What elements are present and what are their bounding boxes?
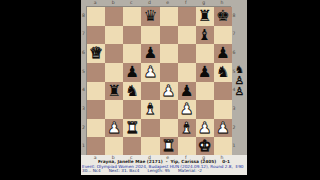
- rank-label: 8: [232, 6, 237, 25]
- square-a4[interactable]: [87, 82, 105, 101]
- square-c3[interactable]: [123, 100, 141, 119]
- square-f1[interactable]: [178, 137, 196, 156]
- square-b8[interactable]: [105, 7, 123, 26]
- square-c4[interactable]: ♞: [123, 82, 141, 101]
- square-c8[interactable]: [123, 7, 141, 26]
- file-label: f: [177, 155, 195, 161]
- square-e3[interactable]: [160, 100, 178, 119]
- white-pawn: ♟: [198, 119, 212, 138]
- file-label: c: [122, 155, 140, 161]
- square-f7[interactable]: [178, 26, 196, 45]
- white-bishop: ♝: [180, 119, 194, 138]
- square-a5[interactable]: [87, 63, 105, 82]
- tray-white-pawn: ♙: [232, 86, 247, 97]
- square-e1[interactable]: ♜: [160, 137, 178, 156]
- square-a7[interactable]: [87, 26, 105, 45]
- black-pawn: ♟: [198, 63, 212, 82]
- black-knight: ♞: [125, 82, 139, 101]
- file-labels-bottom: abcdefgh: [86, 155, 231, 161]
- rank-label: 1: [232, 136, 237, 155]
- black-queen: ♛: [143, 7, 157, 26]
- black-knight: ♞: [216, 63, 230, 82]
- black-bishop: ♝: [198, 26, 212, 45]
- white-rook: ♜: [162, 137, 176, 156]
- left-letterbox: [0, 0, 81, 180]
- square-h6[interactable]: ♟: [214, 44, 232, 63]
- black-king: ♚: [216, 7, 230, 26]
- file-label: b: [104, 155, 122, 161]
- status-line: 30... Nc4 Next: 31. Bxc4 Length: 95 Mate…: [82, 168, 246, 173]
- file-label: a: [86, 155, 104, 161]
- square-a8[interactable]: [87, 7, 105, 26]
- square-d4[interactable]: [141, 82, 159, 101]
- right-letterbox: [247, 0, 320, 180]
- rank-label: 3: [232, 99, 237, 118]
- square-a2[interactable]: [87, 119, 105, 138]
- white-pawn: ♟: [107, 119, 121, 138]
- chess-board: ♛♜♚♝♛♟♟♟♟♟♞♜♞♟♟♝♟♟♜♝♟♟♜♚: [86, 6, 231, 155]
- square-c5[interactable]: ♟: [123, 63, 141, 82]
- white-rook: ♜: [125, 119, 139, 138]
- square-c6[interactable]: [123, 44, 141, 63]
- bottom-black-strip: [81, 175, 247, 180]
- white-pawn: ♟: [143, 63, 157, 82]
- white-pawn: ♟: [216, 119, 230, 138]
- square-h4[interactable]: [214, 82, 232, 101]
- square-g4[interactable]: [196, 82, 214, 101]
- white-pawn: ♟: [162, 82, 176, 101]
- square-e4[interactable]: ♟: [160, 82, 178, 101]
- square-f5[interactable]: [178, 63, 196, 82]
- square-h8[interactable]: ♚: [214, 7, 232, 26]
- square-b5[interactable]: [105, 63, 123, 82]
- square-d1[interactable]: [141, 137, 159, 156]
- square-d8[interactable]: ♛: [141, 7, 159, 26]
- video-frame: abcdefgh 87654321 87654321 ♛♜♚♝♛♟♟♟♟♟♞♜♞…: [0, 0, 320, 180]
- square-g3[interactable]: [196, 100, 214, 119]
- square-b4[interactable]: ♜: [105, 82, 123, 101]
- square-c2[interactable]: ♜: [123, 119, 141, 138]
- square-g7[interactable]: ♝: [196, 26, 214, 45]
- square-a1[interactable]: [87, 137, 105, 156]
- square-f6[interactable]: [178, 44, 196, 63]
- square-h1[interactable]: [214, 137, 232, 156]
- square-c7[interactable]: [123, 26, 141, 45]
- square-b6[interactable]: [105, 44, 123, 63]
- material-tray: ♞♙♙: [232, 64, 247, 98]
- square-g1[interactable]: ♚: [196, 137, 214, 156]
- file-label: h: [213, 155, 231, 161]
- white-bishop: ♝: [143, 100, 157, 119]
- white-pawn: ♟: [180, 100, 194, 119]
- square-g6[interactable]: [196, 44, 214, 63]
- square-h5[interactable]: ♞: [214, 63, 232, 82]
- square-e8[interactable]: [160, 7, 178, 26]
- square-a3[interactable]: [87, 100, 105, 119]
- black-rook: ♜: [107, 82, 121, 101]
- black-pawn: ♟: [143, 44, 157, 63]
- square-g8[interactable]: ♜: [196, 7, 214, 26]
- square-d3[interactable]: ♝: [141, 100, 159, 119]
- file-label: e: [159, 155, 177, 161]
- square-b7[interactable]: [105, 26, 123, 45]
- square-e2[interactable]: [160, 119, 178, 138]
- square-e5[interactable]: [160, 63, 178, 82]
- file-label: g: [195, 155, 213, 161]
- square-f3[interactable]: ♟: [178, 100, 196, 119]
- square-h3[interactable]: [214, 100, 232, 119]
- square-e6[interactable]: [160, 44, 178, 63]
- square-e7[interactable]: [160, 26, 178, 45]
- white-king: ♚: [198, 137, 212, 156]
- black-pawn: ♟: [216, 44, 230, 63]
- black-rook: ♜: [198, 7, 212, 26]
- black-pawn: ♟: [125, 63, 139, 82]
- square-a6[interactable]: ♛: [87, 44, 105, 63]
- square-g5[interactable]: ♟: [196, 63, 214, 82]
- square-d7[interactable]: [141, 26, 159, 45]
- square-c1[interactable]: [123, 137, 141, 156]
- square-d5[interactable]: ♟: [141, 63, 159, 82]
- square-b1[interactable]: [105, 137, 123, 156]
- square-b2[interactable]: ♟: [105, 119, 123, 138]
- square-h7[interactable]: [214, 26, 232, 45]
- square-h2[interactable]: ♟: [214, 119, 232, 138]
- rank-label: 7: [232, 25, 237, 44]
- rank-label: 2: [232, 118, 237, 137]
- square-g2[interactable]: ♟: [196, 119, 214, 138]
- square-f8[interactable]: [178, 7, 196, 26]
- square-b3[interactable]: [105, 100, 123, 119]
- square-f4[interactable]: ♟: [178, 82, 196, 101]
- black-pawn: ♟: [180, 82, 194, 101]
- file-label: d: [140, 155, 158, 161]
- square-f2[interactable]: ♝: [178, 119, 196, 138]
- square-d2[interactable]: [141, 119, 159, 138]
- rank-label: 6: [232, 43, 237, 62]
- square-d6[interactable]: ♟: [141, 44, 159, 63]
- white-queen: ♛: [89, 44, 103, 63]
